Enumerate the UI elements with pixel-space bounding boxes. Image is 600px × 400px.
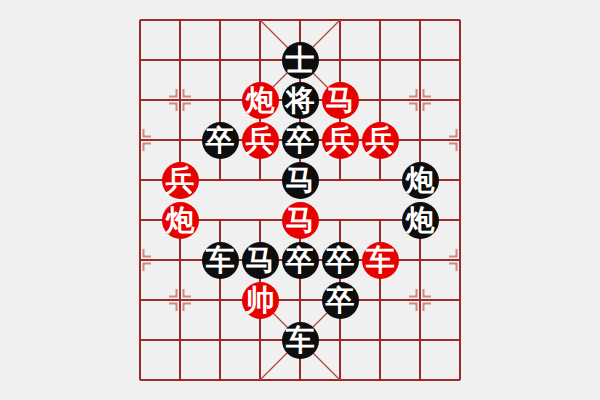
- board-cell: 将: [280, 80, 320, 120]
- piece-red-horse[interactable]: 马: [322, 82, 359, 119]
- board-cell: 兵: [360, 120, 400, 160]
- xiangqi-board: 士炮将马卒兵卒兵兵兵马炮炮马炮车马卒卒车帅卒车: [120, 0, 480, 400]
- board-cell: 卒: [320, 280, 360, 320]
- board-cell: 马: [320, 80, 360, 120]
- board-cell: 卒: [280, 120, 320, 160]
- board-cell: 车: [360, 240, 400, 280]
- piece-red-cannon[interactable]: 炮: [162, 202, 199, 239]
- piece-black-soldier[interactable]: 卒: [202, 122, 239, 159]
- piece-red-soldier[interactable]: 兵: [162, 162, 199, 199]
- board-cell: 卒: [200, 120, 240, 160]
- piece-red-soldier[interactable]: 兵: [362, 122, 399, 159]
- board-cell: 马: [240, 240, 280, 280]
- board-cell: 卒: [280, 240, 320, 280]
- piece-black-chariot[interactable]: 车: [202, 242, 239, 279]
- piece-red-soldier[interactable]: 兵: [242, 122, 279, 159]
- piece-black-horse[interactable]: 马: [282, 162, 319, 199]
- board-cell: 兵: [240, 120, 280, 160]
- piece-black-soldier[interactable]: 卒: [282, 242, 319, 279]
- board-cell: 炮: [240, 80, 280, 120]
- board-cell: 炮: [160, 200, 200, 240]
- piece-black-soldier[interactable]: 卒: [322, 282, 359, 319]
- piece-black-cannon[interactable]: 炮: [402, 162, 439, 199]
- piece-red-soldier[interactable]: 兵: [322, 122, 359, 159]
- piece-black-general[interactable]: 将: [282, 82, 319, 119]
- board-cell: 车: [200, 240, 240, 280]
- board-cell: 炮: [400, 200, 440, 240]
- board-cell: 车: [280, 320, 320, 360]
- board-cell: 马: [280, 160, 320, 200]
- board-cell: 马: [280, 200, 320, 240]
- piece-red-horse[interactable]: 马: [282, 202, 319, 239]
- piece-red-cannon[interactable]: 炮: [242, 82, 279, 119]
- board-cell: 兵: [320, 120, 360, 160]
- board-cell: 士: [280, 40, 320, 80]
- piece-black-cannon[interactable]: 炮: [402, 202, 439, 239]
- board-cell: 兵: [160, 160, 200, 200]
- board-cell: 卒: [320, 240, 360, 280]
- xiangqi-app: 士炮将马卒兵卒兵兵兵马炮炮马炮车马卒卒车帅卒车: [0, 0, 600, 400]
- piece-black-soldier[interactable]: 卒: [322, 242, 359, 279]
- piece-black-soldier[interactable]: 卒: [282, 122, 319, 159]
- board-cell: 帅: [240, 280, 280, 320]
- piece-black-advisor[interactable]: 士: [282, 42, 319, 79]
- board-cell: 炮: [400, 160, 440, 200]
- piece-black-chariot[interactable]: 车: [282, 322, 319, 359]
- piece-black-horse[interactable]: 马: [242, 242, 279, 279]
- piece-red-general[interactable]: 帅: [242, 282, 279, 319]
- piece-red-chariot[interactable]: 车: [362, 242, 399, 279]
